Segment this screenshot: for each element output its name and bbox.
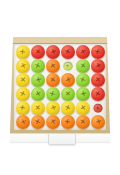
marble-r4c3-green[interactable]: ✕ (46, 87, 60, 101)
board-cell-r4c4: ✕ (60, 87, 75, 101)
board-cell-r6c1: ✕ (15, 115, 30, 129)
cross-slot-mark: ✕ (94, 105, 100, 111)
board-cell-r2c6: ✕ (90, 59, 105, 73)
cross-slot-mark: ✕ (19, 118, 27, 127)
marble-r2c1-yellow[interactable]: ✕ (16, 59, 30, 73)
marble-r6c1-orange[interactable]: ✕ (16, 115, 30, 129)
cross-slot-mark: ✕ (49, 62, 56, 70)
marble-r3c5-green[interactable]: ✕ (76, 73, 90, 87)
board-cell-r6c2: ✕ (30, 115, 45, 129)
board-grid: ✕✕✕✕✕✕✕✕✕✕✕✕✕✕✕✕✕✕✕✕✕✕✕✕✕✕✕✕✕✕✕✕✕✕✕✕ (15, 45, 105, 129)
board-cell-r4c1: ✕ (15, 87, 30, 101)
cross-slot-mark: ✕ (65, 90, 71, 97)
marble-r2c3-orange[interactable]: ✕ (46, 59, 60, 73)
marble-r4c6-red[interactable]: ✕ (91, 87, 105, 101)
marble-r2c2-green[interactable]: ✕ (31, 59, 45, 73)
cross-slot-mark: ✕ (48, 104, 56, 113)
board-cell-r1c5: ✕ (75, 45, 90, 59)
marble-r1c6-red[interactable]: ✕ (91, 45, 105, 59)
marble-r6c6-orange[interactable]: ✕ (91, 115, 105, 129)
board-cell-r3c6: ✕ (90, 73, 105, 87)
board-cell-r2c4: ✕ (60, 59, 75, 73)
marble-r6c2-orange[interactable]: ✕ (31, 115, 45, 129)
cross-slot-mark: ✕ (63, 117, 72, 126)
cross-slot-mark: ✕ (93, 62, 101, 71)
cross-slot-mark: ✕ (49, 118, 56, 126)
board-cell-r5c1: ✕ (15, 101, 30, 115)
marble-r1c2-red[interactable]: ✕ (31, 45, 45, 59)
cross-slot-mark: ✕ (19, 62, 27, 70)
cross-slot-mark: ✕ (20, 76, 26, 83)
wooden-game-box: ✕✕✕✕✕✕✕✕✕✕✕✕✕✕✕✕✕✕✕✕✕✕✕✕✕✕✕✕✕✕✕✕✕✕✕✕ (10, 37, 110, 133)
board-cell-r1c2: ✕ (30, 45, 45, 59)
board-cell-r3c3: ✕ (45, 73, 60, 87)
cross-slot-mark: ✕ (19, 90, 27, 98)
board-cell-r4c5: ✕ (75, 87, 90, 101)
board-cell-r2c1: ✕ (15, 59, 30, 73)
cross-slot-mark: ✕ (79, 48, 86, 56)
board-cell-r3c4: ✕ (60, 73, 75, 87)
marble-r5c1-yellow[interactable]: ✕ (16, 101, 30, 115)
cross-slot-mark: ✕ (78, 90, 87, 99)
cross-slot-mark: ✕ (33, 62, 41, 71)
board-cell-r6c6: ✕ (90, 115, 105, 129)
marble-r2c5-green[interactable]: ✕ (76, 59, 90, 73)
marble-r3c3-orange[interactable]: ✕ (46, 73, 60, 87)
board-cell-r1c4: ✕ (60, 45, 75, 59)
board-cell-r5c3: ✕ (45, 101, 60, 115)
lid-tab[interactable] (48, 133, 76, 145)
board-cell-r4c6: ✕ (90, 87, 105, 101)
board-cell-r3c5: ✕ (75, 73, 90, 87)
board-cell-r5c6: ✕ (90, 101, 105, 115)
marble-r4c5-green[interactable]: ✕ (76, 87, 90, 101)
board-cell-r3c2: ✕ (30, 73, 45, 87)
marble-r3c6-red[interactable]: ✕ (91, 73, 105, 87)
cross-slot-mark: ✕ (48, 90, 56, 99)
marble-r1c5-red[interactable]: ✕ (76, 45, 90, 59)
marble-r3c4-orange[interactable]: ✕ (61, 73, 75, 87)
cross-slot-mark: ✕ (79, 104, 86, 112)
marble-r5c3-yellow[interactable]: ✕ (46, 101, 60, 115)
cross-slot-mark: ✕ (79, 62, 86, 70)
board-cell-r1c3: ✕ (45, 45, 60, 59)
board-cell-r6c5: ✕ (75, 115, 90, 129)
board-cell-r4c3: ✕ (45, 87, 60, 101)
cross-slot-mark: ✕ (93, 48, 102, 57)
marble-r4c1-yellow[interactable]: ✕ (16, 87, 30, 101)
board-cell-r6c3: ✕ (45, 115, 60, 129)
board-cell-r5c5: ✕ (75, 101, 90, 115)
marble-r5c6-red-sunken[interactable]: ✕ (93, 104, 102, 113)
board-cell-r3c1: ✕ (15, 73, 30, 87)
cross-slot-mark: ✕ (64, 48, 72, 56)
marble-r5c2-yellow[interactable]: ✕ (31, 101, 45, 115)
board-cell-r5c2: ✕ (30, 101, 45, 115)
cross-slot-mark: ✕ (34, 104, 40, 111)
marble-r2c6-red[interactable]: ✕ (91, 59, 105, 73)
cross-slot-mark: ✕ (94, 76, 101, 84)
marble-r2c4-light-green-sunken[interactable]: ✕ (63, 62, 72, 71)
board-cell-r4c2: ✕ (30, 87, 45, 101)
cross-slot-mark: ✕ (78, 76, 86, 85)
board-cell-r1c6: ✕ (90, 45, 105, 59)
photo-background: ✕✕✕✕✕✕✕✕✕✕✕✕✕✕✕✕✕✕✕✕✕✕✕✕✕✕✕✕✕✕✕✕✕✕✕✕ (0, 0, 120, 175)
cross-slot-mark: ✕ (94, 90, 101, 98)
marble-r6c3-orange[interactable]: ✕ (46, 115, 60, 129)
marble-r3c1-yellow[interactable]: ✕ (16, 73, 30, 87)
cross-slot-mark: ✕ (48, 48, 56, 57)
marble-r5c5-yellow[interactable]: ✕ (76, 101, 90, 115)
cross-slot-mark: ✕ (49, 76, 56, 84)
board-cell-r2c2: ✕ (30, 59, 45, 73)
cross-slot-mark: ✕ (34, 118, 42, 127)
ball-tray: ✕✕✕✕✕✕✕✕✕✕✕✕✕✕✕✕✕✕✕✕✕✕✕✕✕✕✕✕✕✕✕✕✕✕✕✕ (14, 44, 106, 130)
marble-r1c1-yellow[interactable]: ✕ (16, 45, 30, 59)
cross-slot-mark: ✕ (34, 48, 41, 56)
marble-r6c5-orange[interactable]: ✕ (76, 115, 90, 129)
marble-r5c4-yellow[interactable]: ✕ (61, 101, 75, 115)
cross-slot-mark: ✕ (64, 104, 72, 112)
marble-r1c3-red[interactable]: ✕ (46, 45, 60, 59)
marble-r4c4-green[interactable]: ✕ (61, 87, 75, 101)
marble-r6c4-orange[interactable]: ✕ (61, 115, 75, 129)
board-cell-r5c4: ✕ (60, 101, 75, 115)
cross-slot-mark: ✕ (34, 90, 41, 98)
cross-slot-mark: ✕ (64, 63, 70, 70)
cross-slot-mark: ✕ (64, 76, 72, 84)
cross-slot-mark: ✕ (93, 118, 101, 127)
cross-slot-mark: ✕ (18, 103, 27, 112)
board-cell-r6c4: ✕ (60, 115, 75, 129)
board-cell-r2c3: ✕ (45, 59, 60, 73)
cross-slot-mark: ✕ (18, 47, 27, 56)
cross-slot-mark: ✕ (33, 76, 42, 85)
marble-r3c2-green[interactable]: ✕ (31, 73, 45, 87)
marble-r1c4-red[interactable]: ✕ (61, 45, 75, 59)
board-cell-r2c5: ✕ (75, 59, 90, 73)
board-cell-r1c1: ✕ (15, 45, 30, 59)
cross-slot-mark: ✕ (79, 118, 85, 125)
marble-r4c2-green[interactable]: ✕ (31, 87, 45, 101)
